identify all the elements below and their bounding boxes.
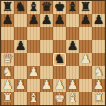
chess-app-window: ♜♞♝♛♚♝♜♟♟♟♟♟♟♟♟♛♞♟♞♟♞♟♟♟♟♟♟♜♝♚♝♜ bbox=[0, 0, 106, 106]
square-g7[interactable]: ♟ bbox=[79, 14, 92, 27]
square-b1[interactable] bbox=[14, 92, 27, 105]
square-a1[interactable]: ♜ bbox=[1, 92, 14, 105]
square-d2[interactable]: ♟ bbox=[40, 79, 53, 92]
square-a7[interactable]: ♟ bbox=[1, 14, 14, 27]
square-g4[interactable]: ♟ bbox=[79, 53, 92, 66]
square-g6[interactable] bbox=[79, 27, 92, 40]
square-b5[interactable]: ♟ bbox=[14, 40, 27, 53]
square-a6[interactable] bbox=[1, 27, 14, 40]
square-b2[interactable]: ♟ bbox=[14, 79, 27, 92]
piece-white-bishop[interactable]: ♝ bbox=[28, 92, 39, 105]
square-b4[interactable] bbox=[14, 53, 27, 66]
piece-white-pawn[interactable]: ♟ bbox=[80, 53, 91, 66]
square-b8[interactable]: ♞ bbox=[14, 1, 27, 14]
piece-white-rook[interactable]: ♜ bbox=[93, 92, 104, 105]
piece-white-pawn[interactable]: ♟ bbox=[15, 79, 26, 92]
square-e7[interactable]: ♟ bbox=[53, 14, 66, 27]
square-h1[interactable]: ♜ bbox=[92, 92, 105, 105]
piece-black-pawn[interactable]: ♟ bbox=[2, 14, 13, 27]
piece-white-pawn[interactable]: ♟ bbox=[41, 79, 52, 92]
square-f1[interactable]: ♝ bbox=[66, 92, 79, 105]
square-e4[interactable]: ♞ bbox=[53, 53, 66, 66]
square-c3[interactable]: ♟ bbox=[27, 66, 40, 79]
square-c5[interactable] bbox=[27, 40, 40, 53]
piece-white-pawn[interactable]: ♟ bbox=[28, 66, 39, 79]
piece-black-pawn[interactable]: ♟ bbox=[41, 14, 52, 27]
chess-board: ♜♞♝♛♚♝♜♟♟♟♟♟♟♟♟♛♞♟♞♟♞♟♟♟♟♟♟♜♝♚♝♜ bbox=[0, 0, 106, 106]
square-c7[interactable]: ♟ bbox=[27, 14, 40, 27]
piece-black-pawn[interactable]: ♟ bbox=[80, 14, 91, 27]
piece-white-king[interactable]: ♚ bbox=[54, 92, 65, 105]
square-g2[interactable] bbox=[79, 79, 92, 92]
square-b7[interactable] bbox=[14, 14, 27, 27]
square-h7[interactable]: ♟ bbox=[92, 14, 105, 27]
square-e1[interactable]: ♚ bbox=[53, 92, 66, 105]
square-f8[interactable]: ♝ bbox=[66, 1, 79, 14]
piece-black-pawn[interactable]: ♟ bbox=[67, 40, 78, 53]
piece-black-pawn[interactable]: ♟ bbox=[15, 40, 26, 53]
square-e6[interactable] bbox=[53, 27, 66, 40]
square-d5[interactable] bbox=[40, 40, 53, 53]
piece-black-pawn[interactable]: ♟ bbox=[54, 14, 65, 27]
square-h6[interactable] bbox=[92, 27, 105, 40]
square-c6[interactable] bbox=[27, 27, 40, 40]
square-d6[interactable] bbox=[40, 27, 53, 40]
square-g3[interactable] bbox=[79, 66, 92, 79]
square-d1[interactable] bbox=[40, 92, 53, 105]
square-d7[interactable]: ♟ bbox=[40, 14, 53, 27]
square-c1[interactable]: ♝ bbox=[27, 92, 40, 105]
square-f5[interactable]: ♟ bbox=[66, 40, 79, 53]
piece-white-bishop[interactable]: ♝ bbox=[67, 92, 78, 105]
square-f7[interactable] bbox=[66, 14, 79, 27]
square-d4[interactable] bbox=[40, 53, 53, 66]
piece-black-knight[interactable]: ♞ bbox=[54, 53, 65, 66]
piece-white-rook[interactable]: ♜ bbox=[2, 92, 13, 105]
piece-black-bishop[interactable]: ♝ bbox=[67, 1, 78, 14]
piece-black-pawn[interactable]: ♟ bbox=[93, 14, 104, 27]
square-h5[interactable] bbox=[92, 40, 105, 53]
piece-black-knight[interactable]: ♞ bbox=[15, 1, 26, 14]
square-f4[interactable] bbox=[66, 53, 79, 66]
piece-black-pawn[interactable]: ♟ bbox=[28, 14, 39, 27]
square-g1[interactable] bbox=[79, 92, 92, 105]
